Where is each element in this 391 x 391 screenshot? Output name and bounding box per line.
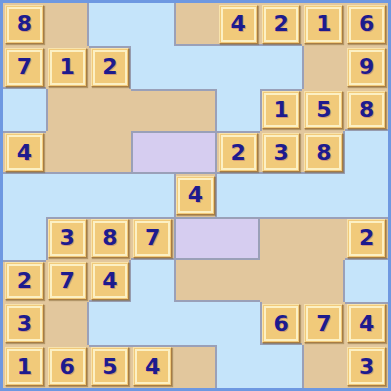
number-tile-cell-r4c4[interactable]: 4 xyxy=(174,174,217,217)
number-tile-4[interactable]: 4 xyxy=(91,262,130,301)
number-tile-cell-r6c2[interactable]: 4 xyxy=(89,260,132,303)
number-tile-cell-r6c0[interactable]: 2 xyxy=(3,260,46,303)
tile-number: 4 xyxy=(145,356,160,378)
tile-number: 4 xyxy=(231,13,246,35)
empty-cell-r8c6[interactable] xyxy=(260,345,303,388)
tile-number: 2 xyxy=(273,13,288,35)
number-tile-cell-r3c0[interactable]: 4 xyxy=(3,131,46,174)
empty-cell-r4c6[interactable] xyxy=(260,174,303,217)
empty-cell-r4c2[interactable] xyxy=(89,174,132,217)
number-tile-6[interactable]: 6 xyxy=(262,304,301,343)
number-tile-cell-r8c3[interactable]: 4 xyxy=(131,345,174,388)
number-tile-2[interactable]: 2 xyxy=(219,133,258,172)
empty-cell-r7c4[interactable] xyxy=(174,302,217,345)
blocked-cell-r3c1 xyxy=(46,131,89,174)
number-tile-1[interactable]: 1 xyxy=(5,347,44,386)
number-tile-4[interactable]: 4 xyxy=(5,133,44,172)
number-tile-cell-r7c8[interactable]: 4 xyxy=(345,302,388,345)
number-tile-3[interactable]: 3 xyxy=(5,304,44,343)
number-tile-cell-r1c2[interactable]: 2 xyxy=(89,46,132,89)
number-tile-3[interactable]: 3 xyxy=(262,133,301,172)
blocked-cell-r6c7 xyxy=(302,260,345,303)
tile-number: 2 xyxy=(102,56,117,78)
number-tile-8[interactable]: 8 xyxy=(347,91,386,130)
tile-number: 6 xyxy=(273,313,288,335)
empty-cell-r4c0[interactable] xyxy=(3,174,46,217)
empty-cell-r7c2[interactable] xyxy=(89,302,132,345)
tile-number: 8 xyxy=(102,227,117,249)
number-tile-cell-r2c6[interactable]: 1 xyxy=(260,89,303,132)
number-tile-8[interactable]: 8 xyxy=(91,219,130,258)
number-tile-2[interactable]: 2 xyxy=(91,48,130,87)
tile-number: 4 xyxy=(359,313,374,335)
blocked-cell-r1c7 xyxy=(302,46,345,89)
empty-cell-r4c8[interactable] xyxy=(345,174,388,217)
blocked-cell-r0c1 xyxy=(46,3,89,46)
empty-cell-r4c5[interactable] xyxy=(217,174,260,217)
number-tile-7[interactable]: 7 xyxy=(48,262,87,301)
number-tile-cell-r3c7[interactable]: 8 xyxy=(302,131,345,174)
number-tile-cell-r0c7[interactable]: 1 xyxy=(302,3,345,46)
tile-number: 5 xyxy=(316,99,331,121)
number-tile-cell-r0c5[interactable]: 4 xyxy=(217,3,260,46)
empty-cell-r6c3[interactable] xyxy=(131,260,174,303)
highlighted-cell-r5c5[interactable] xyxy=(217,217,260,260)
empty-cell-r4c1[interactable] xyxy=(46,174,89,217)
tile-number: 7 xyxy=(17,56,32,78)
number-tile-cell-r1c1[interactable]: 1 xyxy=(46,46,89,89)
number-tile-8[interactable]: 8 xyxy=(5,5,44,44)
number-tile-6[interactable]: 6 xyxy=(347,5,386,44)
number-tile-4[interactable]: 4 xyxy=(133,347,172,386)
tile-number: 3 xyxy=(60,227,75,249)
number-tile-cell-r2c8[interactable]: 8 xyxy=(345,89,388,132)
tile-number: 5 xyxy=(102,356,117,378)
highlighted-cell-r3c4[interactable] xyxy=(174,131,217,174)
tile-number: 8 xyxy=(17,13,32,35)
blocked-cell-r0c4 xyxy=(174,3,217,46)
number-tile-cell-r8c8[interactable]: 3 xyxy=(345,345,388,388)
puzzle-board: 842167129158423843872274367416543 xyxy=(0,0,391,391)
board-grid: 842167129158423843872274367416543 xyxy=(3,3,388,388)
empty-cell-r4c3[interactable] xyxy=(131,174,174,217)
blocked-cell-r6c6 xyxy=(260,260,303,303)
blocked-cell-r2c4 xyxy=(174,89,217,132)
tile-number: 4 xyxy=(17,142,32,164)
empty-cell-r0c3[interactable] xyxy=(131,3,174,46)
tile-number: 2 xyxy=(359,227,374,249)
number-tile-cell-r5c3[interactable]: 7 xyxy=(131,217,174,260)
number-tile-7[interactable]: 7 xyxy=(304,304,343,343)
tile-number: 2 xyxy=(17,270,32,292)
blocked-cell-r2c1 xyxy=(46,89,89,132)
tile-number: 8 xyxy=(359,99,374,121)
number-tile-3[interactable]: 3 xyxy=(347,347,386,386)
blocked-cell-r2c2 xyxy=(89,89,132,132)
number-tile-1[interactable]: 1 xyxy=(48,48,87,87)
tile-number: 7 xyxy=(145,227,160,249)
empty-cell-r3c8[interactable] xyxy=(345,131,388,174)
empty-cell-r4c7[interactable] xyxy=(302,174,345,217)
empty-cell-r7c3[interactable] xyxy=(131,302,174,345)
number-tile-cell-r5c2[interactable]: 8 xyxy=(89,217,132,260)
blocked-cell-r6c5 xyxy=(217,260,260,303)
tile-number: 8 xyxy=(316,142,331,164)
number-tile-cell-r8c2[interactable]: 5 xyxy=(89,345,132,388)
empty-cell-r6c8[interactable] xyxy=(345,260,388,303)
tile-number: 3 xyxy=(359,356,374,378)
empty-cell-r2c0[interactable] xyxy=(3,89,46,132)
highlighted-cell-r3c3[interactable] xyxy=(131,131,174,174)
tile-number: 7 xyxy=(60,270,75,292)
tile-number: 3 xyxy=(17,313,32,335)
tile-number: 6 xyxy=(60,356,75,378)
tile-number: 1 xyxy=(17,356,32,378)
number-tile-7[interactable]: 7 xyxy=(133,219,172,258)
tile-number: 6 xyxy=(359,13,374,35)
number-tile-4[interactable]: 4 xyxy=(176,176,215,215)
blocked-cell-r2c3 xyxy=(131,89,174,132)
tile-number: 9 xyxy=(359,56,374,78)
tile-number: 3 xyxy=(273,142,288,164)
number-tile-cell-r6c1[interactable]: 7 xyxy=(46,260,89,303)
number-tile-cell-r7c0[interactable]: 3 xyxy=(3,302,46,345)
blocked-cell-r7c1 xyxy=(46,302,89,345)
tile-number: 1 xyxy=(60,56,75,78)
number-tile-cell-r8c1[interactable]: 6 xyxy=(46,345,89,388)
number-tile-5[interactable]: 5 xyxy=(91,347,130,386)
number-tile-8[interactable]: 8 xyxy=(304,133,343,172)
number-tile-cell-r0c6[interactable]: 2 xyxy=(260,3,303,46)
number-tile-7[interactable]: 7 xyxy=(5,48,44,87)
blocked-cell-r5c6 xyxy=(260,217,303,260)
number-tile-4[interactable]: 4 xyxy=(347,304,386,343)
number-tile-2[interactable]: 2 xyxy=(262,5,301,44)
blocked-cell-r5c7 xyxy=(302,217,345,260)
empty-cell-r5c0[interactable] xyxy=(3,217,46,260)
tile-number: 1 xyxy=(273,99,288,121)
highlighted-cell-r5c4[interactable] xyxy=(174,217,217,260)
number-tile-cell-r3c5[interactable]: 2 xyxy=(217,131,260,174)
number-tile-1[interactable]: 1 xyxy=(304,5,343,44)
empty-cell-r0c2[interactable] xyxy=(89,3,132,46)
empty-cell-r8c5[interactable] xyxy=(217,345,260,388)
number-tile-cell-r3c6[interactable]: 3 xyxy=(260,131,303,174)
number-tile-9[interactable]: 9 xyxy=(347,48,386,87)
number-tile-cell-r5c1[interactable]: 3 xyxy=(46,217,89,260)
number-tile-2[interactable]: 2 xyxy=(5,262,44,301)
empty-cell-r1c4[interactable] xyxy=(174,46,217,89)
blocked-cell-r8c7 xyxy=(302,345,345,388)
empty-cell-r2c5[interactable] xyxy=(217,89,260,132)
tile-number: 4 xyxy=(102,270,117,292)
number-tile-cell-r5c8[interactable]: 2 xyxy=(345,217,388,260)
tile-number: 2 xyxy=(231,142,246,164)
number-tile-2[interactable]: 2 xyxy=(347,219,386,258)
empty-cell-r7c5[interactable] xyxy=(217,302,260,345)
blocked-cell-r6c4 xyxy=(174,260,217,303)
empty-cell-r1c3[interactable] xyxy=(131,46,174,89)
tile-number: 4 xyxy=(188,184,203,206)
blocked-cell-r3c2 xyxy=(89,131,132,174)
blocked-cell-r8c4 xyxy=(174,345,217,388)
number-tile-1[interactable]: 1 xyxy=(262,91,301,130)
number-tile-6[interactable]: 6 xyxy=(48,347,87,386)
number-tile-cell-r7c6[interactable]: 6 xyxy=(260,302,303,345)
tile-number: 7 xyxy=(316,313,331,335)
number-tile-cell-r8c0[interactable]: 1 xyxy=(3,345,46,388)
empty-cell-r1c6[interactable] xyxy=(260,46,303,89)
number-tile-cell-r1c8[interactable]: 9 xyxy=(345,46,388,89)
number-tile-4[interactable]: 4 xyxy=(219,5,258,44)
number-tile-3[interactable]: 3 xyxy=(48,219,87,258)
number-tile-cell-r0c0[interactable]: 8 xyxy=(3,3,46,46)
empty-cell-r1c5[interactable] xyxy=(217,46,260,89)
number-tile-cell-r2c7[interactable]: 5 xyxy=(302,89,345,132)
number-tile-cell-r7c7[interactable]: 7 xyxy=(302,302,345,345)
number-tile-5[interactable]: 5 xyxy=(304,91,343,130)
number-tile-cell-r0c8[interactable]: 6 xyxy=(345,3,388,46)
tile-number: 1 xyxy=(316,13,331,35)
number-tile-cell-r1c0[interactable]: 7 xyxy=(3,46,46,89)
